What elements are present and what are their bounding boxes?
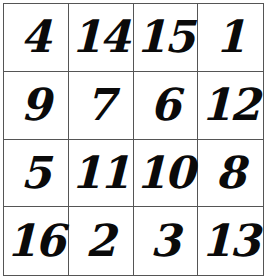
magic-square-board: 4 14 15 1 9 7 6 12 5 11 10 8 16 2 3 13: [3, 3, 264, 276]
cell-r2c4: 12: [198, 72, 263, 140]
cell-r3c4: 8: [198, 140, 263, 208]
cell-r3c2: 11: [69, 140, 134, 208]
cell-r2c1: 9: [4, 72, 69, 140]
cell-r1c3: 15: [134, 4, 199, 72]
cell-r1c2: 14: [69, 4, 134, 72]
cell-r4c2: 2: [69, 207, 134, 275]
cell-r3c3: 10: [134, 140, 199, 208]
cell-r4c4: 13: [198, 207, 263, 275]
cell-r4c1: 16: [4, 207, 69, 275]
cell-r4c3: 3: [134, 207, 199, 275]
cell-r2c2: 7: [69, 72, 134, 140]
cell-r2c3: 6: [134, 72, 199, 140]
cell-r3c1: 5: [4, 140, 69, 208]
cell-r1c1: 4: [4, 4, 69, 72]
cell-r1c4: 1: [198, 4, 263, 72]
